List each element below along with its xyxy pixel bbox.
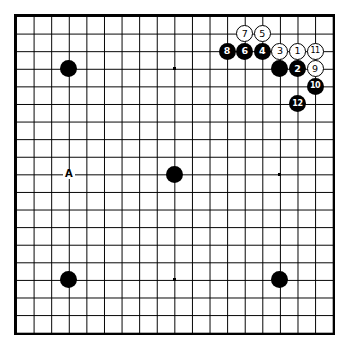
star-point xyxy=(166,271,184,289)
star-point xyxy=(271,166,289,184)
move-number: 1 xyxy=(294,46,300,56)
move-number: 5 xyxy=(259,29,265,39)
star-point-icon xyxy=(173,67,176,70)
intersection-move-9: 9 xyxy=(306,60,324,78)
intersection-black-stone xyxy=(166,166,184,184)
white-stone-move-7: 7 xyxy=(236,25,253,42)
intersection-move-6: 6 xyxy=(236,42,254,60)
intersection-move-5: 5 xyxy=(254,25,272,43)
black-stone xyxy=(271,271,288,288)
intersection-move-8: 8 xyxy=(218,42,236,60)
black-stone xyxy=(166,166,183,183)
star-point-icon xyxy=(278,173,281,176)
intersection-move-2: 2 xyxy=(289,60,307,78)
move-number: 2 xyxy=(294,64,301,74)
white-stone-move-9: 9 xyxy=(307,60,324,77)
labeled-intersection: A xyxy=(60,166,78,184)
move-number: 6 xyxy=(241,46,248,56)
white-stone-move-3: 3 xyxy=(271,43,288,60)
black-stone-move-8: 8 xyxy=(219,43,236,60)
intersection-move-1: 1 xyxy=(289,42,307,60)
move-number: 9 xyxy=(312,64,318,74)
intersection-black-stone xyxy=(60,60,78,78)
black-stone-move-12: 12 xyxy=(289,95,306,112)
move-number: 4 xyxy=(259,46,266,56)
intersection-black-stone xyxy=(60,271,78,289)
white-stone-move-5: 5 xyxy=(254,25,271,42)
intersection-move-4: 4 xyxy=(254,42,272,60)
stones-layer: 123456789101112A xyxy=(7,7,341,341)
point-label-A: A xyxy=(63,169,75,179)
black-stone xyxy=(60,60,77,77)
go-diagram: 123456789101112A xyxy=(0,0,350,350)
white-stone-move-1: 1 xyxy=(289,43,306,60)
move-number: 7 xyxy=(242,29,248,39)
move-number: 12 xyxy=(292,100,302,108)
move-number: 11 xyxy=(310,47,319,55)
white-stone-move-11: 11 xyxy=(307,43,324,60)
move-number: 8 xyxy=(224,46,231,56)
black-stone-move-2: 2 xyxy=(289,60,306,77)
intersection-move-7: 7 xyxy=(236,25,254,43)
black-stone-move-6: 6 xyxy=(236,43,253,60)
black-stone xyxy=(271,60,288,77)
intersection-move-10: 10 xyxy=(306,78,324,96)
black-stone xyxy=(60,271,77,288)
intersection-move-12: 12 xyxy=(289,95,307,113)
intersection-move-11: 11 xyxy=(306,42,324,60)
star-point-icon xyxy=(173,278,176,281)
intersection-move-3: 3 xyxy=(271,42,289,60)
intersection-black-stone xyxy=(271,60,289,78)
star-point xyxy=(166,60,184,78)
go-board[interactable]: 123456789101112A xyxy=(14,14,335,335)
black-stone-move-10: 10 xyxy=(307,78,324,95)
intersection-black-stone xyxy=(271,271,289,289)
black-stone-move-4: 4 xyxy=(254,43,271,60)
move-number: 10 xyxy=(310,82,320,90)
move-number: 3 xyxy=(277,46,283,56)
